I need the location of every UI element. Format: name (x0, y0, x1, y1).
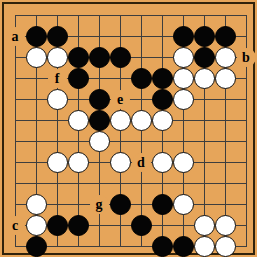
black-stone (110, 47, 131, 68)
white-stone (110, 110, 131, 131)
black-stone (89, 110, 110, 131)
label-c: c (6, 216, 25, 235)
black-stone (26, 26, 47, 47)
white-stone (110, 152, 131, 173)
black-stone (173, 26, 194, 47)
white-stone (68, 152, 89, 173)
white-stone (26, 194, 47, 215)
white-stone (215, 236, 236, 257)
black-stone (47, 215, 68, 236)
black-stone (194, 47, 215, 68)
white-stone (173, 47, 194, 68)
black-stone (131, 215, 152, 236)
white-stone (47, 152, 68, 173)
stones-layer: abfedgc (0, 0, 257, 257)
label-f: f (48, 69, 67, 88)
white-stone (152, 110, 173, 131)
black-stone (152, 236, 173, 257)
black-stone (68, 215, 89, 236)
black-stone (152, 89, 173, 110)
black-stone (89, 89, 110, 110)
black-stone (152, 68, 173, 89)
white-stone (173, 89, 194, 110)
black-stone (68, 47, 89, 68)
label-a: a (6, 27, 25, 46)
white-stone (173, 194, 194, 215)
white-stone (194, 236, 215, 257)
black-stone (131, 68, 152, 89)
label-d: d (132, 153, 151, 172)
label-b: b (237, 48, 256, 67)
black-stone (26, 236, 47, 257)
white-stone (89, 131, 110, 152)
black-stone (194, 26, 215, 47)
white-stone (215, 215, 236, 236)
black-stone (47, 26, 68, 47)
black-stone (68, 68, 89, 89)
white-stone (131, 110, 152, 131)
white-stone (47, 47, 68, 68)
black-stone (110, 194, 131, 215)
white-stone (47, 89, 68, 110)
white-stone (215, 68, 236, 89)
black-stone (173, 236, 194, 257)
white-stone (194, 215, 215, 236)
white-stone (173, 68, 194, 89)
white-stone (194, 68, 215, 89)
label-g: g (90, 195, 109, 214)
white-stone (26, 47, 47, 68)
white-stone (173, 152, 194, 173)
white-stone (26, 215, 47, 236)
white-stone (68, 110, 89, 131)
white-stone (215, 47, 236, 68)
black-stone (152, 194, 173, 215)
label-e: e (111, 90, 130, 109)
black-stone (215, 26, 236, 47)
black-stone (89, 47, 110, 68)
go-board: abfedgc (0, 0, 257, 257)
white-stone (152, 152, 173, 173)
